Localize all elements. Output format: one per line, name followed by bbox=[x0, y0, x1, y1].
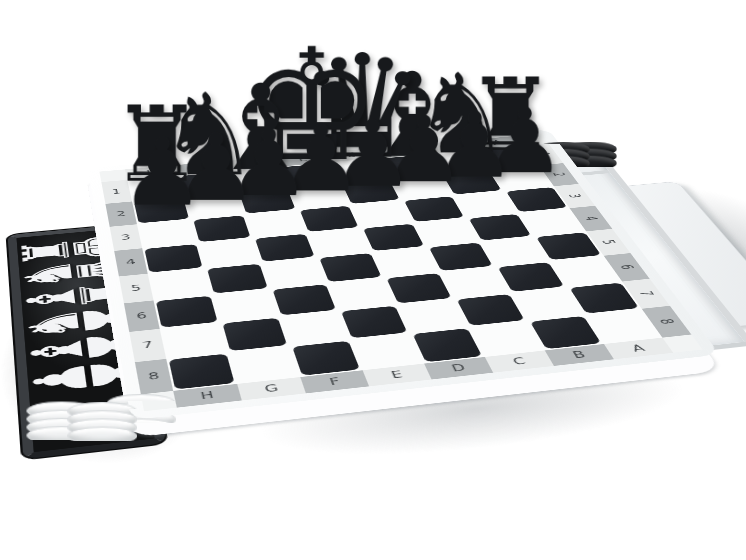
white-bishop-stored: ♝ bbox=[17, 282, 86, 316]
product-photo-stage: ♜♚♞♛♝♜♞♟♝♟♟♟ HGFEDCBA1122334455667788HGF… bbox=[0, 0, 746, 560]
white-disc-stack-discs bbox=[67, 402, 137, 445]
chess-set-3d: ♜♚♞♛♝♜♞♟♝♟♟♟ HGFEDCBA1122334455667788HGF… bbox=[88, 129, 720, 420]
white-bishop-stored: ♝ bbox=[21, 332, 94, 370]
white-knight-stored: ♞ bbox=[19, 307, 90, 343]
scene: ♜♚♞♛♝♜♞♟♝♟♟♟ HGFEDCBA1122334455667788HGF… bbox=[0, 0, 746, 560]
white-pawn-stored: ♟ bbox=[23, 360, 98, 400]
